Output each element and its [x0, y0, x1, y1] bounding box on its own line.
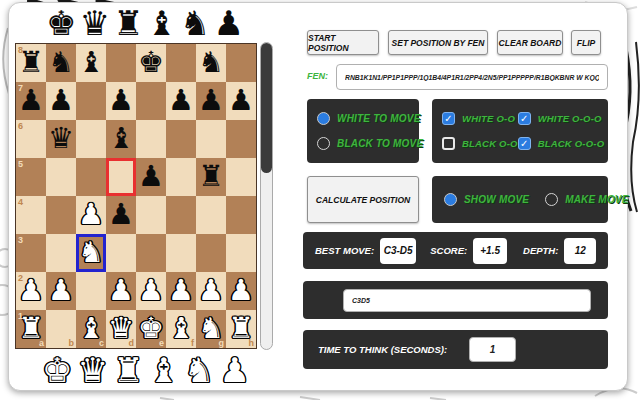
black-queenside-label: BLACK O-O-O	[538, 138, 605, 149]
square-b4[interactable]	[46, 196, 76, 234]
show-move-label: SHOW MOVE	[464, 194, 529, 205]
square-c2[interactable]	[76, 272, 106, 310]
black-queenside-option[interactable]: ✓ BLACK O-O-O	[518, 137, 605, 150]
white-queenside-option[interactable]: ✓ WHITE O-O-O	[518, 112, 605, 125]
square-g7[interactable]: ♟	[196, 82, 226, 120]
tray-white-queen[interactable]: ♛	[77, 352, 107, 388]
white-kingside-label: WHITE O-O	[462, 113, 515, 124]
square-f4[interactable]	[166, 196, 196, 234]
clear-board-button[interactable]: CLEAR BOARD	[497, 30, 563, 55]
black-queen-b6: ♛	[46, 120, 76, 158]
side-to-move-panel: WHITE TO MOVE BLACK TO MOVE	[307, 99, 419, 163]
square-a6[interactable]: 6	[16, 120, 46, 158]
square-a4[interactable]: 4	[16, 196, 46, 234]
black-pawn-e5: ♟	[136, 158, 166, 196]
square-g4[interactable]	[196, 196, 226, 234]
black-pawn-d7: ♟	[106, 82, 136, 120]
square-a1[interactable]: 1a♜	[16, 310, 46, 348]
tray-black-king[interactable]: ♚	[46, 5, 76, 41]
best-move-value: C3-D5	[380, 238, 416, 264]
square-h7[interactable]: ♟	[226, 82, 256, 120]
square-h5[interactable]	[226, 158, 256, 196]
square-f6[interactable]	[166, 120, 196, 158]
black-piece-tray: ♚♛♜♝♞♟	[46, 3, 244, 41]
depth-label: DEPTH:	[523, 245, 558, 256]
rank-label-8: 8	[18, 45, 23, 55]
file-label-h: h	[249, 338, 255, 348]
fen-input[interactable]	[336, 64, 608, 90]
square-a5[interactable]: 5	[16, 158, 46, 196]
black-pawn-f7: ♟	[166, 82, 196, 120]
square-f2[interactable]: ♟	[166, 272, 196, 310]
square-f1[interactable]: f♝	[166, 310, 196, 348]
square-b1[interactable]: b	[46, 310, 76, 348]
tray-black-pawn[interactable]: ♟	[213, 5, 243, 41]
square-b3[interactable]	[46, 234, 76, 272]
chess-extension-popup: ♚♛♜♝♞♟ 8♜♞♝♚♞7♟♟♟♟♟♟6♛♝5♟♜4♟♟3♞2♟♟♟♟♟♟♟1…	[0, 0, 640, 400]
black-king-e8: ♚	[136, 44, 166, 82]
rank-label-6: 6	[18, 121, 23, 131]
square-c7[interactable]	[76, 82, 106, 120]
white-pawn-c4: ♟	[76, 196, 106, 234]
black-pawn-g7: ♟	[196, 82, 226, 120]
rank-label-3: 3	[18, 235, 23, 245]
square-a2[interactable]: 2♟	[16, 272, 46, 310]
square-e2[interactable]: ♟	[136, 272, 166, 310]
show-move-option[interactable]: SHOW MOVE	[444, 193, 529, 206]
square-f5[interactable]	[166, 158, 196, 196]
file-label-g: g	[219, 338, 225, 348]
square-c5[interactable]	[76, 158, 106, 196]
black-pawn-d4: ♟	[106, 196, 136, 234]
square-e3[interactable]	[136, 234, 166, 272]
square-a3[interactable]: 3	[16, 234, 46, 272]
white-pawn-g2: ♟	[196, 272, 226, 310]
square-f7[interactable]: ♟	[166, 82, 196, 120]
white-pawn-f2: ♟	[166, 272, 196, 310]
black-kingside-label: BLACK O-O	[462, 138, 518, 149]
square-d4[interactable]: ♟	[106, 196, 136, 234]
square-h1[interactable]: h♜	[226, 310, 256, 348]
white-pawn-b2: ♟	[46, 272, 76, 310]
tray-white-bishop[interactable]: ♝	[148, 352, 178, 388]
square-d5[interactable]	[106, 158, 136, 196]
square-g5[interactable]: ♜	[196, 158, 226, 196]
square-b6[interactable]: ♛	[46, 120, 76, 158]
check-icon: ✓	[520, 138, 528, 149]
move-string-input[interactable]	[343, 289, 591, 312]
think-time-input[interactable]	[469, 337, 516, 362]
square-e1[interactable]: e♚	[136, 310, 166, 348]
black-bishop-d6: ♝	[106, 120, 136, 158]
tray-white-knight[interactable]: ♞	[184, 352, 214, 388]
depth-value: 12	[564, 238, 596, 264]
square-e8[interactable]: ♚	[136, 44, 166, 82]
white-pawn-h2: ♟	[226, 272, 256, 310]
analysis-result-panel: BEST MOVE: C3-D5 SCORE: +1.5 DEPTH: 12	[303, 232, 608, 269]
square-h3[interactable]	[226, 234, 256, 272]
square-e4[interactable]	[136, 196, 166, 234]
calculate-position-button[interactable]: CALCULATE POSITION	[307, 176, 419, 223]
think-time-panel: TIME TO THINK (SECONDS):	[303, 330, 608, 369]
board-scrollbar-track[interactable]	[260, 42, 273, 350]
castling-rights-panel: ✓ WHITE O-O ✓ WHITE O-O-O ✓ BLACK O-O ✓ …	[432, 99, 608, 163]
white-to-move-label: WHITE TO MOVE	[337, 113, 421, 124]
think-time-label: TIME TO THINK (SECONDS):	[318, 344, 447, 355]
file-label-a: a	[39, 338, 44, 348]
white-to-move-option[interactable]: WHITE TO MOVE	[317, 112, 409, 125]
square-h6[interactable]	[226, 120, 256, 158]
square-f3[interactable]	[166, 234, 196, 272]
start-position-button[interactable]: START POSITION	[307, 30, 379, 55]
tray-black-knight[interactable]: ♞	[180, 5, 210, 41]
white-kingside-option[interactable]: ✓ WHITE O-O	[442, 112, 518, 125]
tray-white-pawn[interactable]: ♟	[219, 352, 249, 388]
rank-label-5: 5	[18, 159, 23, 169]
square-d7[interactable]: ♟	[106, 82, 136, 120]
tray-black-bishop[interactable]: ♝	[146, 5, 176, 41]
rank-label-4: 4	[18, 197, 23, 207]
black-kingside-option[interactable]: ✓ BLACK O-O	[442, 137, 518, 150]
square-e7[interactable]	[136, 82, 166, 120]
white-queenside-label: WHITE O-O-O	[538, 113, 602, 124]
square-g3[interactable]	[196, 234, 226, 272]
black-queenside-checkbox[interactable]: ✓	[518, 137, 531, 150]
black-to-move-label: BLACK TO MOVE	[337, 138, 423, 149]
rank-label-7: 7	[18, 83, 23, 93]
white-queenside-checkbox[interactable]: ✓	[518, 112, 531, 125]
score-label: SCORE:	[430, 245, 467, 256]
square-c4[interactable]: ♟	[76, 196, 106, 234]
tray-black-rook[interactable]: ♜	[113, 5, 143, 41]
black-pawn-h7: ♟	[226, 82, 256, 120]
square-g2[interactable]: ♟	[196, 272, 226, 310]
file-label-c: c	[99, 338, 104, 348]
square-e5[interactable]: ♟	[136, 158, 166, 196]
score-value: +1.5	[473, 238, 507, 264]
tray-black-queen[interactable]: ♛	[79, 5, 109, 41]
make-move-option[interactable]: MAKE MOVE	[545, 193, 628, 206]
square-c6[interactable]	[76, 120, 106, 158]
square-a8[interactable]: 8♜	[16, 44, 46, 82]
square-c3[interactable]: ♞	[76, 234, 106, 272]
tray-white-king[interactable]: ♚	[42, 352, 72, 388]
square-g6[interactable]	[196, 120, 226, 158]
set-position-by-fen-button[interactable]: SET POSITION BY FEN	[388, 30, 488, 55]
rank-label-1: 1	[18, 311, 23, 321]
white-piece-tray: ♚♛♜♝♞♟	[42, 348, 250, 388]
black-pawn-b7: ♟	[46, 82, 76, 120]
rank-label-2: 2	[18, 273, 23, 283]
black-knight-b8: ♞	[46, 44, 76, 82]
white-kingside-checkbox[interactable]: ✓	[442, 112, 455, 125]
square-b8[interactable]: ♞	[46, 44, 76, 82]
square-b2[interactable]: ♟	[46, 272, 76, 310]
square-b5[interactable]	[46, 158, 76, 196]
square-g8[interactable]: ♞	[196, 44, 226, 82]
square-b7[interactable]: ♟	[46, 82, 76, 120]
black-rook-g5: ♜	[196, 158, 226, 196]
check-icon: ✓	[444, 113, 452, 124]
square-d8[interactable]	[106, 44, 136, 82]
square-h2[interactable]: ♟	[226, 272, 256, 310]
fen-label: FEN:	[307, 71, 328, 81]
square-c1[interactable]: c♝	[76, 310, 106, 348]
tray-white-rook[interactable]: ♜	[113, 352, 143, 388]
square-f8[interactable]	[166, 44, 196, 82]
square-h8[interactable]	[226, 44, 256, 82]
black-to-move-radio[interactable]	[317, 137, 330, 150]
white-pawn-e2: ♟	[136, 272, 166, 310]
square-h4[interactable]	[226, 196, 256, 234]
board-scrollbar-thumb[interactable]	[261, 43, 272, 173]
black-to-move-option[interactable]: BLACK TO MOVE	[317, 137, 409, 150]
file-label-f: f	[191, 338, 194, 348]
chess-board: 8♜♞♝♚♞7♟♟♟♟♟♟6♛♝5♟♜4♟♟3♞2♟♟♟♟♟♟♟1a♜bc♝d♛…	[16, 44, 256, 348]
square-c8[interactable]: ♝	[76, 44, 106, 82]
black-bishop-c8: ♝	[76, 44, 106, 82]
square-e6[interactable]	[136, 120, 166, 158]
show-move-radio[interactable]	[444, 193, 457, 206]
engine-mode-panel: SHOW MOVE MAKE MOVE	[432, 176, 608, 223]
black-knight-g8: ♞	[196, 44, 226, 82]
white-pawn-d2: ♟	[106, 272, 136, 310]
move-string-panel	[303, 281, 608, 319]
square-a7[interactable]: 7♟	[16, 82, 46, 120]
make-move-radio[interactable]	[545, 193, 558, 206]
check-icon: ✓	[520, 113, 528, 124]
file-label-d: d	[129, 338, 135, 348]
file-label-b: b	[69, 338, 75, 348]
square-d6[interactable]: ♝	[106, 120, 136, 158]
flip-button[interactable]: FLIP	[571, 30, 601, 55]
square-d1[interactable]: d♛	[106, 310, 136, 348]
make-move-label: MAKE MOVE	[565, 194, 628, 205]
file-label-e: e	[159, 338, 164, 348]
square-d2[interactable]: ♟	[106, 272, 136, 310]
white-knight-c3: ♞	[76, 234, 106, 272]
black-kingside-checkbox[interactable]: ✓	[442, 137, 455, 150]
square-d3[interactable]	[106, 234, 136, 272]
white-to-move-radio[interactable]	[317, 112, 330, 125]
square-g1[interactable]: g♞	[196, 310, 226, 348]
best-move-label: BEST MOVE:	[315, 245, 374, 256]
